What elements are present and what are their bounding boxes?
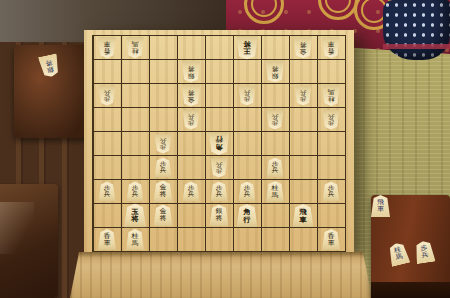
square-1-8: [317, 204, 345, 228]
square-5-1: [205, 36, 233, 60]
square-5-8: 銀将: [205, 204, 233, 228]
shogi-piece-金将-gote: 金将: [294, 37, 313, 59]
blue-porcelain-stool: [383, 0, 450, 60]
square-3-5: [261, 132, 289, 156]
shogi-piece-金将-gote: 金将: [182, 85, 201, 107]
square-8-4: [121, 108, 149, 132]
square-5-5: 角行: [205, 132, 233, 156]
shogi-piece-桂馬-gote: 桂馬: [322, 85, 340, 106]
sente-komadai-table: 桂馬歩兵飛車: [371, 195, 450, 298]
shogi-piece-金将-sente: 金将: [154, 181, 173, 203]
captured-piece-飛車: 飛車: [371, 195, 390, 217]
shogi-photo-scene: 銀将 香車桂馬王将金将香車銀将銀将歩兵金将歩兵歩兵桂馬歩兵歩兵歩兵歩兵角行歩兵歩…: [0, 0, 450, 298]
square-4-6: [233, 156, 261, 180]
square-3-7: 桂馬: [261, 180, 289, 204]
square-2-2: [289, 60, 317, 84]
square-1-7: 歩兵: [317, 180, 345, 204]
shogi-piece-歩兵-gote: 歩兵: [155, 134, 172, 154]
square-1-2: [317, 60, 345, 84]
square-1-1: 香車: [317, 36, 345, 60]
shogi-piece-桂馬-sente: 桂馬: [266, 181, 284, 202]
square-9-6: [93, 156, 121, 180]
shogi-piece-歩兵-gote: 歩兵: [323, 110, 340, 130]
square-2-5: [289, 132, 317, 156]
shogi-piece-歩兵-gote: 歩兵: [211, 158, 228, 178]
square-5-7: 歩兵: [205, 180, 233, 204]
square-1-9: 香車: [317, 228, 345, 252]
gold-medallion-pattern: [318, 0, 358, 20]
square-6-1: [177, 36, 205, 60]
square-1-4: 歩兵: [317, 108, 345, 132]
captured-piece-銀将: 銀将: [38, 53, 61, 78]
captured-piece-桂馬: 桂馬: [387, 241, 411, 267]
shogi-piece-歩兵-sente: 歩兵: [155, 158, 172, 178]
square-7-8: 金将: [149, 204, 177, 228]
square-5-9: [205, 228, 233, 252]
square-7-3: [149, 84, 177, 108]
square-2-7: [289, 180, 317, 204]
captured-piece-歩兵: 歩兵: [413, 240, 435, 265]
shogi-piece-歩兵-sente: 歩兵: [323, 182, 340, 202]
square-7-1: [149, 36, 177, 60]
square-4-9: [233, 228, 261, 252]
square-3-1: [261, 36, 289, 60]
square-8-1: 桂馬: [121, 36, 149, 60]
square-3-3: [261, 84, 289, 108]
square-3-8: [261, 204, 289, 228]
shogi-piece-歩兵-sente: 歩兵: [239, 182, 256, 202]
square-6-4: 歩兵: [177, 108, 205, 132]
shogi-piece-歩兵-gote: 歩兵: [267, 110, 284, 130]
square-2-9: [289, 228, 317, 252]
square-2-1: 金将: [289, 36, 317, 60]
square-8-5: [121, 132, 149, 156]
square-6-3: 金将: [177, 84, 205, 108]
shogi-piece-香車-sente: 香車: [98, 229, 116, 250]
square-4-1: 王将: [233, 36, 261, 60]
square-7-4: [149, 108, 177, 132]
square-8-8: 玉将: [121, 204, 149, 228]
shogi-piece-銀将-gote: 銀将: [182, 61, 201, 83]
shogi-piece-歩兵-gote: 歩兵: [99, 86, 116, 106]
square-9-3: 歩兵: [93, 84, 121, 108]
shogi-piece-桂馬-gote: 桂馬: [126, 37, 144, 58]
shogi-piece-王将-gote: 王将: [236, 36, 258, 60]
shogi-piece-金将-sente: 金将: [154, 205, 173, 227]
shogi-piece-香車-gote: 香車: [98, 37, 116, 58]
square-8-7: 歩兵: [121, 180, 149, 204]
square-6-5: [177, 132, 205, 156]
square-5-3: [205, 84, 233, 108]
square-5-2: [205, 60, 233, 84]
square-5-6: 歩兵: [205, 156, 233, 180]
komadai-front-edge: [371, 282, 450, 298]
square-2-4: [289, 108, 317, 132]
square-4-4: [233, 108, 261, 132]
square-5-4: [205, 108, 233, 132]
square-2-8: 飛車: [289, 204, 317, 228]
square-9-8: [93, 204, 121, 228]
square-6-9: [177, 228, 205, 252]
square-9-2: [93, 60, 121, 84]
square-9-1: 香車: [93, 36, 121, 60]
shogi-piece-歩兵-sente: 歩兵: [127, 182, 144, 202]
square-7-6: 歩兵: [149, 156, 177, 180]
square-4-5: [233, 132, 261, 156]
shogi-piece-歩兵-sente: 歩兵: [183, 182, 200, 202]
stool-red-band: [383, 44, 450, 49]
square-3-2: 銀将: [261, 60, 289, 84]
square-9-7: 歩兵: [93, 180, 121, 204]
shogi-piece-歩兵-gote: 歩兵: [295, 86, 312, 106]
gold-medallion-pattern: [244, 0, 284, 24]
side-table-bottom-left: [0, 184, 58, 298]
square-4-3: 歩兵: [233, 84, 261, 108]
shogi-board: 香車桂馬王将金将香車銀将銀将歩兵金将歩兵歩兵桂馬歩兵歩兵歩兵歩兵角行歩兵歩兵歩兵…: [84, 30, 354, 254]
shogi-piece-歩兵-sente: 歩兵: [211, 182, 228, 202]
square-4-7: 歩兵: [233, 180, 261, 204]
shogi-piece-銀将-gote: 銀将: [266, 61, 285, 83]
square-2-3: 歩兵: [289, 84, 317, 108]
square-3-9: [261, 228, 289, 252]
square-6-7: 歩兵: [177, 180, 205, 204]
table-gloss-reflection: [0, 202, 34, 254]
square-7-7: 金将: [149, 180, 177, 204]
square-8-2: [121, 60, 149, 84]
square-1-3: 桂馬: [317, 84, 345, 108]
square-6-2: 銀将: [177, 60, 205, 84]
square-6-6: [177, 156, 205, 180]
shogi-piece-桂馬-sente: 桂馬: [126, 229, 144, 250]
square-7-5: 歩兵: [149, 132, 177, 156]
square-7-9: [149, 228, 177, 252]
shogi-piece-歩兵-gote: 歩兵: [183, 110, 200, 130]
square-8-6: [121, 156, 149, 180]
square-3-6: 歩兵: [261, 156, 289, 180]
square-6-8: [177, 204, 205, 228]
square-2-6: [289, 156, 317, 180]
shogi-piece-角行-gote: 角行: [209, 132, 230, 155]
square-4-2: [233, 60, 261, 84]
square-9-5: [93, 132, 121, 156]
shogi-piece-香車-sente: 香車: [322, 229, 340, 250]
shogi-piece-玉将-sente: 玉将: [124, 204, 146, 228]
square-8-3: [121, 84, 149, 108]
shogi-piece-香車-gote: 香車: [322, 37, 340, 58]
square-3-4: 歩兵: [261, 108, 289, 132]
square-9-4: [93, 108, 121, 132]
square-4-8: 角行: [233, 204, 261, 228]
shogi-piece-飛車-sente: 飛車: [293, 204, 314, 227]
board-front-face: [70, 252, 372, 298]
shogi-piece-歩兵-sente: 歩兵: [267, 158, 284, 178]
square-1-5: [317, 132, 345, 156]
shogi-piece-歩兵-sente: 歩兵: [99, 182, 116, 202]
board-grid: 香車桂馬王将金将香車銀将銀将歩兵金将歩兵歩兵桂馬歩兵歩兵歩兵歩兵角行歩兵歩兵歩兵…: [92, 35, 346, 253]
shogi-piece-銀将-sente: 銀将: [210, 205, 229, 227]
square-8-9: 桂馬: [121, 228, 149, 252]
square-7-2: [149, 60, 177, 84]
shogi-piece-歩兵-gote: 歩兵: [239, 86, 256, 106]
gote-komadai-table: 銀将: [14, 45, 89, 138]
shogi-piece-角行-sente: 角行: [237, 204, 258, 227]
square-9-9: 香車: [93, 228, 121, 252]
square-1-6: [317, 156, 345, 180]
